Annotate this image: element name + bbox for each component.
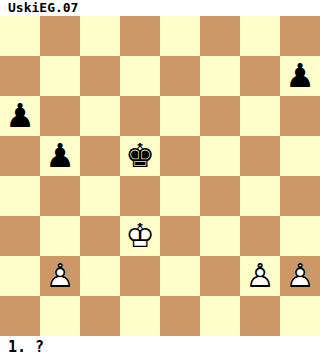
square-f6[interactable]: [200, 96, 240, 136]
square-g6[interactable]: [240, 96, 280, 136]
white-king-outline: ♔: [125, 216, 155, 256]
white-pawn-outline: ♙: [245, 256, 275, 296]
square-c3[interactable]: [80, 216, 120, 256]
square-h8[interactable]: [280, 16, 320, 56]
square-d5[interactable]: ♚: [120, 136, 160, 176]
black-king: ♚: [125, 136, 155, 176]
square-c6[interactable]: [80, 96, 120, 136]
square-a2[interactable]: [0, 256, 40, 296]
square-f8[interactable]: [200, 16, 240, 56]
square-g8[interactable]: [240, 16, 280, 56]
square-e2[interactable]: [160, 256, 200, 296]
white-pawn: ♟♙: [285, 256, 315, 296]
square-g2[interactable]: ♟♙: [240, 256, 280, 296]
chess-board: ♟♟♟♚♚♔♟♙♟♙♟♙: [0, 16, 320, 336]
square-b6[interactable]: [40, 96, 80, 136]
square-e3[interactable]: [160, 216, 200, 256]
square-b5[interactable]: ♟: [40, 136, 80, 176]
square-g1[interactable]: [240, 296, 280, 336]
square-f4[interactable]: [200, 176, 240, 216]
square-a8[interactable]: [0, 16, 40, 56]
square-h1[interactable]: [280, 296, 320, 336]
square-c7[interactable]: [80, 56, 120, 96]
chess-diagram: UskiEG.07 ♟♟♟♚♚♔♟♙♟♙♟♙ 1. ?: [0, 0, 320, 360]
square-h2[interactable]: ♟♙: [280, 256, 320, 296]
square-b8[interactable]: [40, 16, 80, 56]
square-a6[interactable]: ♟: [0, 96, 40, 136]
square-f3[interactable]: [200, 216, 240, 256]
square-h6[interactable]: [280, 96, 320, 136]
square-g7[interactable]: [240, 56, 280, 96]
square-b2[interactable]: ♟♙: [40, 256, 80, 296]
diagram-title: UskiEG.07: [8, 0, 78, 16]
square-h3[interactable]: [280, 216, 320, 256]
square-b3[interactable]: [40, 216, 80, 256]
white-pawn-outline: ♙: [285, 256, 315, 296]
white-king: ♚♔: [125, 216, 155, 256]
square-e4[interactable]: [160, 176, 200, 216]
black-pawn: ♟: [45, 136, 75, 176]
square-d7[interactable]: [120, 56, 160, 96]
square-g4[interactable]: [240, 176, 280, 216]
square-b1[interactable]: [40, 296, 80, 336]
square-a1[interactable]: [0, 296, 40, 336]
square-c8[interactable]: [80, 16, 120, 56]
square-e6[interactable]: [160, 96, 200, 136]
square-d6[interactable]: [120, 96, 160, 136]
square-e1[interactable]: [160, 296, 200, 336]
square-c1[interactable]: [80, 296, 120, 336]
move-prompt: 1. ?: [8, 336, 44, 360]
square-e7[interactable]: [160, 56, 200, 96]
square-a4[interactable]: [0, 176, 40, 216]
square-h4[interactable]: [280, 176, 320, 216]
black-pawn: ♟: [5, 96, 35, 136]
square-d1[interactable]: [120, 296, 160, 336]
white-pawn: ♟♙: [45, 256, 75, 296]
square-d2[interactable]: [120, 256, 160, 296]
white-pawn: ♟♙: [245, 256, 275, 296]
square-c2[interactable]: [80, 256, 120, 296]
square-b7[interactable]: [40, 56, 80, 96]
square-d3[interactable]: ♚♔: [120, 216, 160, 256]
square-e8[interactable]: [160, 16, 200, 56]
square-a7[interactable]: [0, 56, 40, 96]
square-c5[interactable]: [80, 136, 120, 176]
square-g3[interactable]: [240, 216, 280, 256]
square-h7[interactable]: ♟: [280, 56, 320, 96]
square-f7[interactable]: [200, 56, 240, 96]
square-f5[interactable]: [200, 136, 240, 176]
square-b4[interactable]: [40, 176, 80, 216]
square-d4[interactable]: [120, 176, 160, 216]
square-a3[interactable]: [0, 216, 40, 256]
square-c4[interactable]: [80, 176, 120, 216]
square-f2[interactable]: [200, 256, 240, 296]
square-f1[interactable]: [200, 296, 240, 336]
square-e5[interactable]: [160, 136, 200, 176]
square-a5[interactable]: [0, 136, 40, 176]
black-pawn: ♟: [285, 56, 315, 96]
square-h5[interactable]: [280, 136, 320, 176]
square-d8[interactable]: [120, 16, 160, 56]
white-pawn-outline: ♙: [45, 256, 75, 296]
square-g5[interactable]: [240, 136, 280, 176]
